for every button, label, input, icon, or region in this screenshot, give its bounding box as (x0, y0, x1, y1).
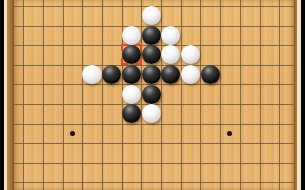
grid-hline (14, 182, 294, 183)
grid-vline (260, 0, 261, 190)
grid-vline (200, 0, 201, 190)
grid-hline (14, 143, 294, 144)
white-stone (181, 45, 200, 64)
black-stone (122, 104, 141, 123)
white-stone (122, 85, 141, 104)
black-stone (142, 45, 161, 64)
black-stone (142, 26, 161, 45)
white-stone (142, 6, 161, 25)
grid-vline (63, 0, 64, 190)
white-stone (142, 104, 161, 123)
grid-vline (23, 0, 24, 190)
star-point (227, 131, 232, 136)
grid-vline (240, 0, 241, 190)
black-stone (201, 65, 220, 84)
last-move-marker (121, 44, 142, 65)
white-stone (82, 65, 101, 84)
black-stone (161, 65, 180, 84)
black-stone (102, 65, 121, 84)
gomoku-board[interactable] (14, 0, 294, 190)
grid-vline (43, 0, 44, 190)
white-stone (122, 26, 141, 45)
grid-vline (181, 0, 182, 190)
grid-hline (14, 163, 294, 164)
black-stone (122, 65, 141, 84)
grid-hline (14, 124, 294, 125)
grid-vline (279, 0, 280, 190)
white-stone (181, 65, 200, 84)
white-stone (161, 45, 180, 64)
gomoku-app-frame (0, 0, 304, 190)
black-stone (142, 65, 161, 84)
grid-vline (161, 0, 162, 190)
grid-vline (220, 0, 221, 190)
black-stone (142, 85, 161, 104)
white-stone (161, 26, 180, 45)
star-point (70, 131, 75, 136)
grid-vline (102, 0, 103, 190)
letterbox-bar-right (301, 0, 305, 190)
grid-vline (82, 0, 83, 190)
